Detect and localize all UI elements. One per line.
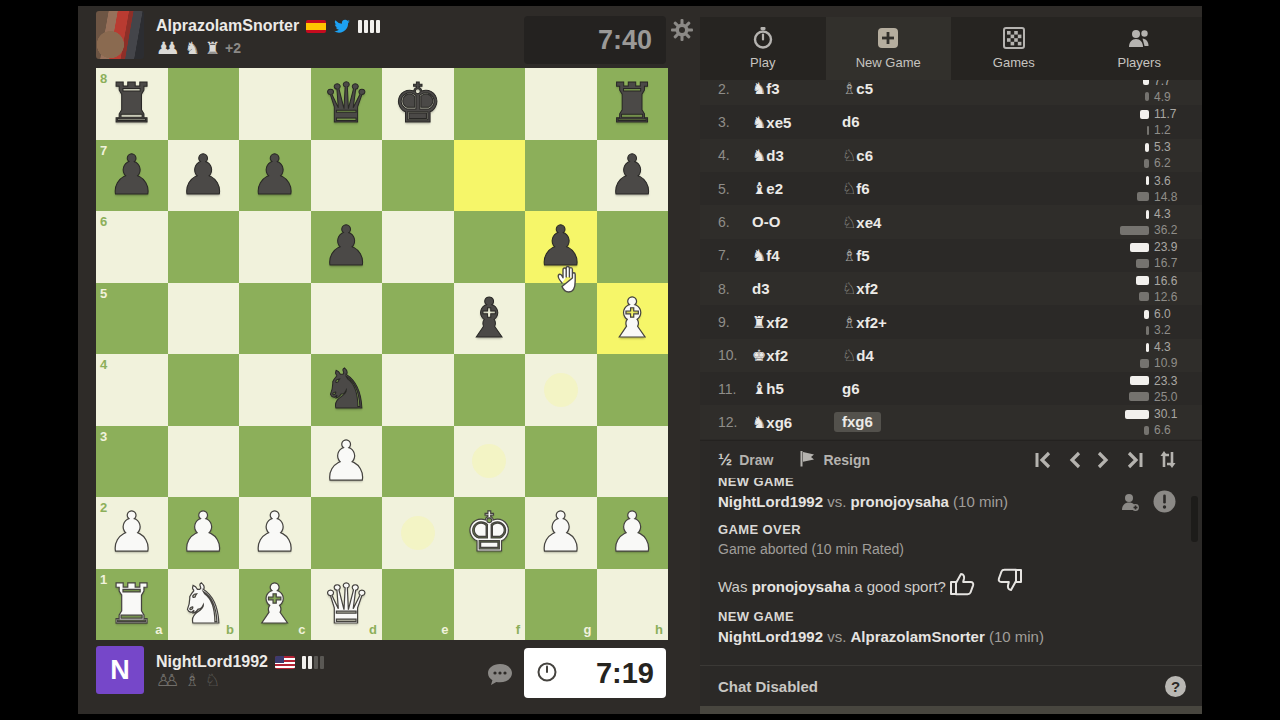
square-f1[interactable]: f — [454, 569, 526, 641]
top-player-row: AlprazolamSnorter — [156, 17, 380, 35]
black-pawn-b7: ♟ — [168, 140, 240, 212]
square-f8[interactable] — [454, 68, 526, 140]
move-white-2[interactable]: ♞f3 — [752, 79, 780, 98]
game-controls: ½ Draw Resign — [700, 440, 1202, 478]
square-d5[interactable] — [311, 283, 383, 355]
square-f2[interactable]: ♚ — [454, 497, 526, 569]
new-game-header-2: NEW GAME — [718, 609, 794, 624]
move-row-6: 6.O-O♘xe44.336.2 — [700, 205, 1202, 238]
black-move-time: 1.2 — [1140, 123, 1186, 138]
captured-piece-group: ♟♟ — [156, 38, 179, 58]
black-piece-glyph: ♗ — [842, 79, 856, 98]
square-h8[interactable]: ♜ — [597, 68, 669, 140]
black-move-time: 36.2 — [1120, 223, 1186, 238]
square-a6[interactable]: 6 — [96, 211, 168, 283]
draw-button[interactable]: ½ Draw — [718, 450, 773, 470]
square-c8[interactable] — [239, 68, 311, 140]
games-grid-icon — [1003, 27, 1025, 49]
white-pawn-h2: ♟ — [597, 497, 669, 569]
move-number: 7. — [718, 247, 752, 263]
move-black-10[interactable]: ♘d4 — [842, 346, 874, 365]
square-e5[interactable] — [382, 283, 454, 355]
chat-bar: Chat Disabled ? — [700, 665, 1202, 706]
screen: AlprazolamSnorter ♟♟♞♜+2 7:40 8♜♛♚♜7♟♟♟♟… — [0, 0, 1280, 720]
go-first-icon[interactable] — [1034, 451, 1054, 469]
move-number: 4. — [718, 147, 752, 163]
chat-bubble-icon[interactable] — [486, 662, 514, 688]
gear-icon[interactable] — [670, 18, 694, 42]
square-e3[interactable] — [382, 426, 454, 498]
match-line-1: NightLord1992 vs. pronojoysaha (10 min) — [718, 493, 1008, 510]
white-piece-glyph: ♞ — [752, 246, 766, 265]
chess-board[interactable]: 8♜♛♚♜7♟♟♟♟6♟♟5♝♝4♞3♟2♟♟♟♚♟♟1a♜b♞c♝d♛efgh — [96, 68, 668, 640]
go-last-icon[interactable] — [1124, 451, 1144, 469]
white-piece-glyph: ♞ — [752, 413, 766, 432]
white-move-time: 6.0 — [1144, 307, 1186, 322]
rank-label-6: 6 — [100, 214, 107, 229]
square-c6[interactable] — [239, 211, 311, 283]
black-move-time: 12.6 — [1136, 289, 1186, 304]
black-piece-glyph: ♘ — [842, 179, 856, 198]
black-move-time: 10.9 — [1140, 356, 1186, 371]
square-d6[interactable]: ♟ — [311, 211, 383, 283]
move-black-9[interactable]: ♗xf2+ — [842, 313, 887, 332]
rank-label-2: 2 — [100, 500, 107, 515]
square-d4[interactable]: ♞ — [311, 354, 383, 426]
file-label-e: e — [441, 622, 448, 637]
avatar-bottom-player[interactable]: N — [96, 646, 144, 694]
move-black-2[interactable]: ♗c5 — [842, 79, 873, 98]
move-white-8[interactable]: d3 — [752, 280, 770, 297]
file-label-g: g — [584, 622, 592, 637]
white-king-f2: ♚ — [454, 497, 526, 569]
captured-piece-group: ♘ — [205, 670, 220, 690]
square-a8[interactable]: 8♜ — [96, 68, 168, 140]
white-piece-glyph: ♝ — [752, 379, 766, 398]
square-g3[interactable] — [525, 426, 597, 498]
white-piece-glyph: ♚ — [752, 346, 766, 365]
square-b1[interactable]: b♞ — [168, 569, 240, 641]
square-a4[interactable]: 4 — [96, 354, 168, 426]
rank-label-1: 1 — [100, 572, 107, 587]
square-a1[interactable]: 1a♜ — [96, 569, 168, 641]
move-black-6[interactable]: ♘xe4 — [842, 213, 881, 232]
move-number: 5. — [718, 181, 752, 197]
move-row-10: 10.♚xf2♘d44.310.9 — [700, 339, 1202, 372]
square-d8[interactable]: ♛ — [311, 68, 383, 140]
move-row-5: 5.♝e2♘f63.614.8 — [700, 172, 1202, 205]
black-piece-glyph: ♘ — [842, 279, 856, 298]
square-b7[interactable]: ♟ — [168, 140, 240, 212]
black-move-time: 6.6 — [1125, 423, 1186, 438]
black-pawn-d6: ♟ — [311, 211, 383, 283]
white-piece-glyph: ♞ — [752, 146, 766, 165]
hint-dot-f3 — [472, 444, 506, 478]
thumbs-up-icon[interactable] — [948, 570, 978, 602]
black-move-time: 4.9 — [1143, 89, 1186, 104]
resign-button[interactable]: Resign — [799, 450, 870, 470]
tab-games[interactable]: Games — [951, 17, 1077, 80]
move-row-4: 4.♞d3♘c65.36.2 — [700, 139, 1202, 172]
black-bishop-f5: ♝ — [454, 283, 526, 355]
tab-play[interactable]: Play — [700, 17, 826, 80]
square-b2[interactable]: ♟ — [168, 497, 240, 569]
move-white-6[interactable]: O-O — [752, 213, 780, 230]
white-move-time: 4.3 — [1120, 207, 1186, 222]
move-black-8[interactable]: ♘xf2 — [842, 279, 878, 298]
top-captured-pieces: ♟♟♞♜+2 — [156, 38, 241, 58]
square-g1[interactable]: g — [525, 569, 597, 641]
file-label-a: a — [155, 622, 162, 637]
go-prev-icon[interactable] — [1068, 451, 1082, 469]
challenge-player-icon[interactable] — [1118, 490, 1142, 518]
square-g7[interactable] — [525, 140, 597, 212]
material-advantage: +2 — [225, 40, 241, 56]
file-label-d: d — [369, 622, 377, 637]
resign-flag-icon — [799, 450, 816, 470]
square-h2[interactable]: ♟ — [597, 497, 669, 569]
square-f7[interactable] — [454, 140, 526, 212]
panel-bottom-strip — [700, 706, 1202, 714]
white-move-time: 23.9 — [1130, 240, 1186, 255]
square-c5[interactable] — [239, 283, 311, 355]
white-move-time: 4.3 — [1140, 340, 1186, 355]
square-h5[interactable]: ♝ — [597, 283, 669, 355]
move-number: 2. — [718, 81, 752, 97]
square-c7[interactable]: ♟ — [239, 140, 311, 212]
square-f6[interactable] — [454, 211, 526, 283]
players-icon — [1127, 27, 1151, 49]
white-move-time: 30.1 — [1125, 407, 1186, 422]
square-h6[interactable] — [597, 211, 669, 283]
white-bishop-h5: ♝ — [597, 283, 669, 355]
white-piece-glyph: ♝ — [752, 179, 766, 198]
file-label-c: c — [298, 622, 305, 637]
tab-new-game[interactable]: New Game — [826, 17, 952, 80]
square-f4[interactable] — [454, 354, 526, 426]
black-piece-glyph: ♘ — [842, 146, 856, 165]
rank-label-5: 5 — [100, 286, 107, 301]
square-e6[interactable] — [382, 211, 454, 283]
side-panel: Play New Game Games Players 2.♞f3♗c57.74… — [700, 17, 1202, 714]
us-flag — [275, 656, 295, 669]
white-pawn-d3: ♟ — [311, 426, 383, 498]
square-b3[interactable] — [168, 426, 240, 498]
thumbs-down-icon[interactable] — [994, 566, 1024, 598]
white-piece-glyph: ♜ — [752, 313, 766, 332]
square-e8[interactable]: ♚ — [382, 68, 454, 140]
bottom-connection-bars — [302, 656, 324, 669]
move-white-3[interactable]: ♞xe5 — [752, 113, 791, 132]
move-black-7[interactable]: ♗f5 — [842, 246, 870, 265]
plus-square-icon — [877, 27, 899, 49]
rank-label-8: 8 — [100, 71, 107, 86]
move-number: 10. — [718, 347, 752, 363]
square-e4[interactable] — [382, 354, 454, 426]
white-pawn-b2: ♟ — [168, 497, 240, 569]
move-number: 3. — [718, 114, 752, 130]
move-black-11[interactable]: g6 — [842, 380, 860, 397]
move-black-5[interactable]: ♘f6 — [842, 179, 870, 198]
move-number: 11. — [718, 381, 752, 397]
bottom-player-row: NightLord1992 — [156, 653, 324, 671]
go-next-icon[interactable] — [1096, 451, 1110, 469]
square-c3[interactable] — [239, 426, 311, 498]
captured-piece-group: ♜ — [205, 38, 220, 58]
square-c2[interactable]: ♟ — [239, 497, 311, 569]
top-connection-bars — [358, 20, 380, 33]
move-row-9: 9.♜xf2♗xf2+6.03.2 — [700, 305, 1202, 338]
captured-piece-group: ♞ — [184, 38, 199, 58]
move-number: 9. — [718, 314, 752, 330]
square-h3[interactable] — [597, 426, 669, 498]
half-point-icon: ½ — [718, 450, 732, 470]
clock-icon — [536, 657, 558, 690]
move-number: 6. — [718, 214, 752, 230]
help-icon[interactable]: ? — [1165, 676, 1186, 697]
square-g2[interactable]: ♟ — [525, 497, 597, 569]
captured-piece-group: ♙♙ — [156, 670, 179, 690]
flip-board-icon[interactable] — [1158, 450, 1178, 469]
move-white-9[interactable]: ♜xf2 — [752, 313, 788, 332]
black-piece-glyph: ♘ — [842, 346, 856, 365]
square-h4[interactable] — [597, 354, 669, 426]
square-e1[interactable]: e — [382, 569, 454, 641]
black-queen-d8: ♛ — [311, 68, 383, 140]
drag-hand-cursor — [554, 264, 584, 296]
black-move-time: 6.2 — [1144, 156, 1186, 171]
tab-bar: Play New Game Games Players — [700, 17, 1202, 80]
white-move-time: 3.6 — [1137, 173, 1186, 188]
square-g8[interactable] — [525, 68, 597, 140]
white-pawn-c2: ♟ — [239, 497, 311, 569]
chess-app: AlprazolamSnorter ♟♟♞♜+2 7:40 8♜♛♚♜7♟♟♟♟… — [78, 6, 1202, 714]
square-f3[interactable] — [454, 426, 526, 498]
square-b4[interactable] — [168, 354, 240, 426]
move-white-11[interactable]: ♝h5 — [752, 379, 784, 398]
black-move-time: 16.7 — [1130, 256, 1186, 271]
hint-dot-g4 — [544, 373, 578, 407]
rank-label-7: 7 — [100, 143, 107, 158]
square-d7[interactable] — [311, 140, 383, 212]
hint-dot-e2 — [401, 516, 435, 550]
white-piece-glyph: ♞ — [752, 79, 766, 98]
spain-flag — [306, 20, 326, 33]
stopwatch-icon — [752, 27, 774, 49]
move-white-7[interactable]: ♞f4 — [752, 246, 780, 265]
square-a7[interactable]: 7♟ — [96, 140, 168, 212]
file-label-b: b — [226, 622, 234, 637]
move-white-5[interactable]: ♝e2 — [752, 179, 783, 198]
square-c1[interactable]: c♝ — [239, 569, 311, 641]
black-piece-glyph: ♘ — [842, 213, 856, 232]
tab-players[interactable]: Players — [1077, 17, 1203, 80]
square-a3[interactable]: 3 — [96, 426, 168, 498]
square-f5[interactable]: ♝ — [454, 283, 526, 355]
white-piece-glyph: ♞ — [752, 113, 766, 132]
black-piece-glyph: ♗ — [842, 313, 856, 332]
white-move-time: 23.3 — [1129, 373, 1186, 388]
top-player-name[interactable]: AlprazolamSnorter — [156, 17, 299, 35]
move-white-12[interactable]: ♞xg6 — [752, 413, 792, 432]
black-king-e8: ♚ — [382, 68, 454, 140]
file-label-h: h — [655, 622, 663, 637]
square-e2[interactable] — [382, 497, 454, 569]
square-a2[interactable]: 2♟ — [96, 497, 168, 569]
match-line-2: NightLord1992 vs. AlprazolamSnorter (10 … — [718, 628, 1044, 645]
move-black-4[interactable]: ♘c6 — [842, 146, 873, 165]
square-d3[interactable]: ♟ — [311, 426, 383, 498]
move-row-3: 3.♞xe5d611.71.2 — [700, 105, 1202, 138]
white-pawn-g2: ♟ — [525, 497, 597, 569]
bottom-player-name[interactable]: NightLord1992 — [156, 653, 268, 671]
good-sport-question: Was pronojoysaha a good sport? — [718, 578, 946, 595]
bottom-clock: 7:19 — [524, 648, 666, 698]
avatar-top-player[interactable] — [96, 11, 144, 59]
square-c4[interactable] — [239, 354, 311, 426]
black-piece-glyph: ♗ — [842, 246, 856, 265]
square-h1[interactable]: h — [597, 569, 669, 641]
square-d2[interactable] — [311, 497, 383, 569]
move-number: 8. — [718, 281, 752, 297]
white-move-time: 11.7 — [1140, 107, 1186, 122]
move-black-12[interactable]: fxg6 — [842, 412, 881, 432]
square-d1[interactable]: d♛ — [311, 569, 383, 641]
rank-label-4: 4 — [100, 357, 107, 372]
move-number: 12. — [718, 414, 752, 430]
move-row-11: 11.♝h5g623.325.0 — [700, 372, 1202, 405]
top-clock: 7:40 — [524, 16, 666, 64]
rank-label-3: 3 — [100, 429, 107, 444]
move-row-7: 7.♞f4♗f523.916.7 — [700, 239, 1202, 272]
move-navigation — [1034, 450, 1178, 469]
file-label-f: f — [516, 622, 520, 637]
black-pawn-c7: ♟ — [239, 140, 311, 212]
black-pawn-h7: ♟ — [597, 140, 669, 212]
square-g4[interactable] — [525, 354, 597, 426]
white-move-time: 5.3 — [1144, 140, 1186, 155]
game-over-header: GAME OVER — [718, 522, 801, 537]
game-over-detail: Game aborted (10 min Rated) — [718, 541, 904, 557]
move-black-3[interactable]: d6 — [842, 113, 860, 130]
square-b6[interactable] — [168, 211, 240, 283]
black-knight-d4: ♞ — [311, 354, 383, 426]
move-row-8: 8.d3♘xf216.612.6 — [700, 272, 1202, 305]
move-white-10[interactable]: ♚xf2 — [752, 346, 788, 365]
bottom-captured-pieces: ♙♙♗♘ — [156, 670, 220, 690]
square-b5[interactable] — [168, 283, 240, 355]
black-move-time: 14.8 — [1137, 189, 1186, 204]
captured-piece-group: ♗ — [184, 670, 199, 690]
move-list: 2.♞f3♗c57.74.93.♞xe5d611.71.24.♞d3♘c65.3… — [700, 72, 1202, 439]
black-move-time: 3.2 — [1144, 323, 1186, 338]
square-e7[interactable] — [382, 140, 454, 212]
twitter-bird-icon[interactable] — [333, 19, 351, 34]
square-h7[interactable]: ♟ — [597, 140, 669, 212]
square-b8[interactable] — [168, 68, 240, 140]
black-rook-h8: ♜ — [597, 68, 669, 140]
chat-status: Chat Disabled — [718, 678, 818, 695]
black-move-time: 25.0 — [1129, 389, 1186, 404]
white-move-time: 16.6 — [1136, 273, 1186, 288]
move-white-4[interactable]: ♞d3 — [752, 146, 784, 165]
square-a5[interactable]: 5 — [96, 283, 168, 355]
move-row-12: 12.♞xg6fxg630.16.6 — [700, 405, 1202, 438]
report-icon[interactable] — [1152, 489, 1177, 518]
